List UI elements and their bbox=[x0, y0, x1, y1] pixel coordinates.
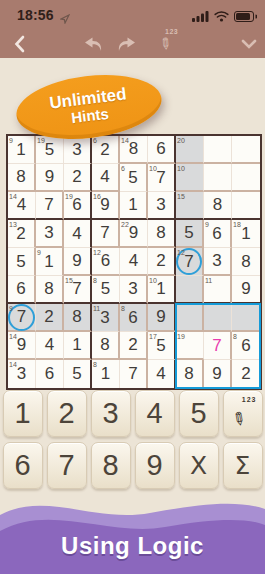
given-digit: 9 bbox=[241, 279, 250, 299]
given-digit: 2 bbox=[16, 224, 25, 244]
cage-sum-label: 19 bbox=[177, 332, 185, 341]
given-digit: 6 bbox=[101, 251, 110, 271]
cage-sum-label: 8 bbox=[121, 304, 125, 313]
cage-sum-label: 8 bbox=[93, 276, 97, 285]
cage-sum-label: 9 bbox=[9, 304, 13, 313]
board-cell-r6c1[interactable]: 2 bbox=[36, 304, 64, 332]
board-cell-r2c6[interactable]: 15 bbox=[176, 192, 204, 220]
cage-sum-label: 11 bbox=[93, 304, 100, 313]
board-cell-r5c8[interactable]: 9 bbox=[232, 276, 260, 304]
cage-sum-label: 10 bbox=[149, 276, 157, 285]
given-digit: 5 bbox=[101, 279, 110, 299]
given-digit: 2 bbox=[241, 364, 250, 384]
given-digit: 9 bbox=[45, 167, 54, 187]
board-cell-r0c8[interactable] bbox=[232, 136, 260, 164]
given-digit: 5 bbox=[156, 336, 165, 356]
board-cell-r5c5[interactable]: 101 bbox=[148, 276, 176, 304]
given-digit: 7 bbox=[184, 252, 193, 272]
numpad-key-label: 8 bbox=[102, 449, 118, 482]
wifi-icon bbox=[214, 8, 229, 26]
numpad-button-2[interactable]: 2 bbox=[47, 390, 87, 437]
given-digit: 4 bbox=[129, 251, 138, 271]
board-cell-r8c6[interactable]: 8 bbox=[176, 360, 204, 388]
board-cell-r3c1[interactable]: 3 bbox=[36, 220, 64, 248]
board-cell-r7c2[interactable]: 1 bbox=[64, 332, 92, 360]
given-digit: 4 bbox=[100, 167, 109, 187]
given-digit: 6 bbox=[241, 336, 250, 356]
board-cell-r1c2[interactable]: 2 bbox=[64, 164, 92, 192]
given-digit: 6 bbox=[156, 139, 165, 159]
board-cell-r8c7[interactable]: 9 bbox=[204, 360, 232, 388]
given-digit: 6 bbox=[72, 195, 81, 215]
footer-wave: Using Logic bbox=[0, 479, 265, 574]
given-digit: 7 bbox=[72, 279, 81, 299]
board-cell-r8c8[interactable]: 2 bbox=[232, 360, 260, 388]
cage-sum-label: 10 bbox=[177, 164, 185, 173]
battery-icon bbox=[234, 8, 257, 26]
cage-sum-label: 14 bbox=[9, 192, 17, 201]
given-digit: 1 bbox=[101, 364, 110, 384]
given-digit: 7 bbox=[128, 364, 137, 384]
board-cell-r2c8[interactable] bbox=[232, 192, 260, 220]
board-cell-r3c7[interactable]: 96 bbox=[204, 220, 232, 248]
cage-sum-label: 20 bbox=[177, 136, 185, 145]
board-cell-r5c6[interactable] bbox=[176, 276, 204, 304]
given-digit: 4 bbox=[45, 335, 54, 355]
board-cell-r0c3[interactable]: 62 bbox=[92, 136, 120, 164]
given-digit: 6 bbox=[16, 279, 25, 299]
board-cell-r8c2[interactable]: 5 bbox=[64, 360, 92, 388]
given-digit: 1 bbox=[128, 195, 137, 215]
board-cell-r4c4[interactable]: 4 bbox=[120, 248, 148, 276]
board-cell-r6c7[interactable] bbox=[204, 304, 232, 332]
board-cell-r0c0[interactable]: 91 bbox=[8, 136, 36, 164]
board-cell-r4c0[interactable]: 5 bbox=[8, 248, 36, 276]
given-digit: 8 bbox=[156, 223, 165, 243]
board-cell-r1c4[interactable]: 65 bbox=[120, 164, 148, 192]
board-cell-r6c8[interactable] bbox=[232, 304, 260, 332]
given-digit: 9 bbox=[212, 364, 221, 384]
board-cell-r7c1[interactable]: 4 bbox=[36, 332, 64, 360]
numpad-button-1[interactable]: 1 bbox=[3, 390, 43, 437]
cage-sum-label: 14 bbox=[9, 360, 17, 369]
numpad-key-label: 3 bbox=[102, 397, 118, 430]
numpad-key-label: 4 bbox=[146, 397, 162, 430]
given-digit: 9 bbox=[100, 195, 109, 215]
board-cell-r3c8[interactable]: 181 bbox=[232, 220, 260, 248]
board-cell-r2c0[interactable]: 144 bbox=[8, 192, 36, 220]
given-digit: 6 bbox=[128, 308, 137, 328]
given-digit: 2 bbox=[128, 335, 137, 355]
board-cell-r3c0[interactable]: 132 bbox=[8, 220, 36, 248]
cage-sum-label: 12 bbox=[93, 248, 101, 257]
numpad-button-3[interactable]: 3 bbox=[91, 390, 131, 437]
given-digit: 6 bbox=[45, 364, 54, 384]
cage-sum-label: 22 bbox=[121, 220, 129, 229]
board-cell-r1c8[interactable] bbox=[232, 164, 260, 192]
numpad-key-label: 5 bbox=[190, 397, 206, 430]
board-cell-r2c5[interactable]: 3 bbox=[148, 192, 176, 220]
pencil-123-label: 123 bbox=[242, 396, 257, 403]
given-digit: 7 bbox=[100, 223, 109, 243]
board-cell-r7c5[interactable]: 175 bbox=[148, 332, 176, 360]
pencil-123-label: 123 bbox=[165, 28, 178, 35]
board-cell-r4c2[interactable]: 9 bbox=[64, 248, 92, 276]
board-cell-r8c0[interactable]: 143 bbox=[8, 360, 36, 388]
board-grid: 9119536214862089246510710144719616913158… bbox=[8, 136, 260, 388]
board-cell-r2c1[interactable]: 7 bbox=[36, 192, 64, 220]
cage-sum-label: 19 bbox=[37, 136, 45, 145]
board-cell-r4c8[interactable]: 8 bbox=[232, 248, 260, 276]
board-cell-r6c6[interactable] bbox=[176, 304, 204, 332]
placed-digit: 7 bbox=[212, 336, 221, 356]
given-digit: 1 bbox=[156, 279, 165, 299]
given-digit: 8 bbox=[213, 195, 222, 215]
given-digit: 8 bbox=[44, 279, 53, 299]
cage-sum-label: 9 bbox=[37, 248, 41, 257]
cage-sum-label: 15 bbox=[177, 192, 185, 201]
given-digit: 8 bbox=[184, 364, 193, 384]
board-cell-r0c6[interactable]: 20 bbox=[176, 136, 204, 164]
cage-sum-label: 19 bbox=[65, 192, 73, 201]
cage-sum-label: 15 bbox=[65, 276, 73, 285]
numpad-key-label: X bbox=[190, 451, 207, 480]
board-cell-r2c2[interactable]: 196 bbox=[64, 192, 92, 220]
given-digit: 9 bbox=[156, 307, 165, 327]
board-cell-r6c5[interactable]: 9 bbox=[148, 304, 176, 332]
given-digit: 7 bbox=[156, 168, 165, 188]
given-digit: 8 bbox=[72, 307, 81, 327]
board-cell-r5c4[interactable]: 3 bbox=[120, 276, 148, 304]
given-digit: 8 bbox=[100, 335, 109, 355]
given-digit: 3 bbox=[128, 279, 137, 299]
board-cell-r3c6[interactable]: 5 bbox=[176, 220, 204, 248]
board-cell-r1c1[interactable]: 9 bbox=[36, 164, 64, 192]
killer-sudoku-board: 9119536214862089246510710144719616913158… bbox=[6, 134, 262, 390]
board-cell-r0c7[interactable] bbox=[204, 136, 232, 164]
numpad-key-label: Σ bbox=[235, 451, 251, 480]
board-cell-r4c1[interactable]: 91 bbox=[36, 248, 64, 276]
cage-sum-label: 14 bbox=[121, 136, 129, 145]
given-digit: 8 bbox=[16, 167, 25, 187]
numpad-key-label: 7 bbox=[58, 449, 74, 482]
pencil-icon: ✎ bbox=[228, 406, 251, 431]
board-cell-r0c1[interactable]: 195 bbox=[36, 136, 64, 164]
board-cell-r6c0[interactable]: 97 bbox=[8, 304, 36, 332]
board-cell-r5c0[interactable]: 6 bbox=[8, 276, 36, 304]
cage-sum-label: 8 bbox=[233, 332, 237, 341]
toolbar: ✎ 123 bbox=[0, 30, 265, 58]
board-cell-r6c4[interactable]: 86 bbox=[120, 304, 148, 332]
given-digit: 5 bbox=[16, 252, 25, 272]
collapse-button[interactable] bbox=[236, 32, 262, 56]
numpad-button-4[interactable]: 4 bbox=[135, 390, 175, 437]
board-cell-r8c1[interactable]: 6 bbox=[36, 360, 64, 388]
board-cell-r1c7[interactable] bbox=[204, 164, 232, 192]
board-cell-r5c1[interactable]: 8 bbox=[36, 276, 64, 304]
board-cell-r6c3[interactable]: 113 bbox=[92, 304, 120, 332]
given-digit: 3 bbox=[17, 364, 26, 384]
given-digit: 9 bbox=[72, 251, 81, 271]
given-digit: 3 bbox=[156, 195, 165, 215]
status-bar: 18:56 bbox=[0, 0, 265, 28]
board-cell-r2c7[interactable]: 8 bbox=[204, 192, 232, 220]
given-digit: 9 bbox=[17, 335, 26, 355]
board-cell-r1c0[interactable]: 8 bbox=[8, 164, 36, 192]
board-cell-r4c5[interactable]: 2 bbox=[148, 248, 176, 276]
cage-sum-label: 18 bbox=[233, 220, 241, 229]
cage-sum-label: 11 bbox=[205, 276, 212, 285]
board-cell-r7c7[interactable]: 7 bbox=[204, 332, 232, 360]
given-digit: 2 bbox=[44, 307, 53, 327]
board-cell-r5c3[interactable]: 85 bbox=[92, 276, 120, 304]
given-digit: 1 bbox=[16, 140, 25, 160]
board-cell-r2c4[interactable]: 1 bbox=[120, 192, 148, 220]
board-cell-r7c6[interactable]: 19 bbox=[176, 332, 204, 360]
cellular-signal-icon bbox=[192, 8, 209, 26]
board-cell-r7c4[interactable]: 2 bbox=[120, 332, 148, 360]
board-cell-r4c7[interactable]: 3 bbox=[204, 248, 232, 276]
board-cell-r2c3[interactable]: 169 bbox=[92, 192, 120, 220]
given-digit: 4 bbox=[156, 364, 165, 384]
given-digit: 5 bbox=[72, 364, 81, 384]
redo-button[interactable] bbox=[113, 32, 139, 56]
pencil-notes-button[interactable]: ✎ 123 bbox=[152, 32, 178, 56]
cage-sum-label: 13 bbox=[9, 220, 17, 229]
board-cell-r0c5[interactable]: 6 bbox=[148, 136, 176, 164]
cage-sum-label: 8 bbox=[93, 360, 97, 369]
undo-button[interactable] bbox=[80, 32, 106, 56]
board-cell-r8c3[interactable]: 81 bbox=[92, 360, 120, 388]
board-cell-r7c8[interactable]: 86 bbox=[232, 332, 260, 360]
cage-sum-label: 9 bbox=[205, 220, 209, 229]
given-digit: 7 bbox=[17, 307, 26, 327]
numpad-key-label: 2 bbox=[58, 397, 74, 430]
pencil-icon: ✎ bbox=[154, 33, 175, 55]
cage-sum-label: 10 bbox=[149, 164, 157, 173]
given-digit: 4 bbox=[72, 224, 81, 244]
board-cell-r7c0[interactable]: 149 bbox=[8, 332, 36, 360]
given-digit: 2 bbox=[100, 140, 109, 160]
given-digit: 4 bbox=[17, 195, 26, 215]
banner-line2: Hints bbox=[71, 106, 110, 126]
given-digit: 8 bbox=[241, 252, 250, 272]
location-arrow-icon bbox=[60, 10, 70, 20]
board-cell-r0c4[interactable]: 148 bbox=[120, 136, 148, 164]
cage-sum-label: 9 bbox=[9, 136, 13, 145]
given-digit: 5 bbox=[184, 223, 193, 243]
given-digit: 1 bbox=[44, 252, 53, 272]
given-digit: 3 bbox=[72, 140, 81, 160]
given-digit: 9 bbox=[129, 223, 138, 243]
board-cell-r0c2[interactable]: 3 bbox=[64, 136, 92, 164]
board-cell-r3c5[interactable]: 8 bbox=[148, 220, 176, 248]
clock: 18:56 bbox=[17, 7, 54, 23]
board-cell-r5c7[interactable]: 11 bbox=[204, 276, 232, 304]
given-digit: 3 bbox=[212, 251, 221, 271]
cage-sum-label: 14 bbox=[9, 332, 17, 341]
board-cell-r5c2[interactable]: 157 bbox=[64, 276, 92, 304]
cage-sum-label: 16 bbox=[93, 192, 101, 201]
given-digit: 5 bbox=[45, 140, 54, 160]
numpad-row-1: 12345123✎ bbox=[0, 390, 265, 437]
given-digit: 7 bbox=[44, 195, 53, 215]
board-cell-r1c5[interactable]: 107 bbox=[148, 164, 176, 192]
numpad-key-label: 9 bbox=[146, 449, 162, 482]
given-digit: 8 bbox=[129, 139, 138, 159]
top-bar: 18:56 ✎ 123 bbox=[0, 0, 265, 58]
board-cell-r3c2[interactable]: 4 bbox=[64, 220, 92, 248]
board-cell-r8c5[interactable]: 4 bbox=[148, 360, 176, 388]
given-digit: 5 bbox=[128, 168, 137, 188]
given-digit: 3 bbox=[100, 308, 109, 328]
numpad-pencil-button[interactable]: 123✎ bbox=[223, 390, 263, 437]
footer-caption: Using Logic bbox=[0, 532, 265, 560]
numpad-key-label: 1 bbox=[14, 397, 30, 430]
board-cell-r7c3[interactable]: 8 bbox=[92, 332, 120, 360]
back-button[interactable] bbox=[6, 32, 32, 56]
board-cell-r4c3[interactable]: 126 bbox=[92, 248, 120, 276]
given-digit: 6 bbox=[212, 224, 221, 244]
cage-sum-label: 12 bbox=[177, 248, 185, 257]
board-cell-r1c3[interactable]: 4 bbox=[92, 164, 120, 192]
given-digit: 3 bbox=[44, 223, 53, 243]
board-cell-r3c4[interactable]: 229 bbox=[120, 220, 148, 248]
cage-sum-label: 6 bbox=[121, 164, 125, 173]
board-cell-r4c6[interactable]: 127 bbox=[176, 248, 204, 276]
board-cell-r8c4[interactable]: 7 bbox=[120, 360, 148, 388]
board-cell-r3c3[interactable]: 7 bbox=[92, 220, 120, 248]
given-digit: 1 bbox=[241, 224, 250, 244]
given-digit: 1 bbox=[72, 335, 81, 355]
given-digit: 2 bbox=[72, 167, 81, 187]
board-cell-r6c2[interactable]: 8 bbox=[64, 304, 92, 332]
board-cell-r1c6[interactable]: 10 bbox=[176, 164, 204, 192]
given-digit: 2 bbox=[156, 251, 165, 271]
numpad-button-5[interactable]: 5 bbox=[179, 390, 219, 437]
cage-sum-label: 17 bbox=[149, 332, 157, 341]
numpad-key-label: 6 bbox=[14, 449, 30, 482]
